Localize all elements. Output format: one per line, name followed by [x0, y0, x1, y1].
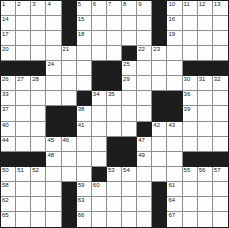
- cell-r6c9[interactable]: 29: [122, 76, 137, 91]
- cell-r13c7[interactable]: 60: [92, 182, 107, 197]
- cell-r14c7[interactable]: [92, 197, 107, 212]
- cell-r4c15[interactable]: [213, 46, 228, 61]
- cell-r3c10[interactable]: [137, 31, 152, 46]
- cell-r2c1[interactable]: 14: [1, 16, 16, 31]
- black-cell-r8c11: [152, 106, 167, 121]
- cell-r14c14[interactable]: [198, 197, 213, 212]
- black-cell-r11c14: [198, 152, 213, 167]
- cell-r4c10[interactable]: 22: [137, 46, 152, 61]
- cell-r14c6[interactable]: 63: [77, 197, 92, 212]
- cell-r3c2[interactable]: [16, 31, 31, 46]
- cell-r3c13[interactable]: [183, 31, 198, 46]
- cell-r6c4[interactable]: [46, 76, 61, 91]
- black-cell-r7c12: [167, 91, 182, 106]
- cell-r13c12[interactable]: 61: [167, 182, 182, 197]
- black-cell-r5c14: [198, 61, 213, 76]
- cell-r14c15[interactable]: [213, 197, 228, 212]
- clue-number-11: 11: [184, 1, 190, 8]
- cell-r6c3[interactable]: 28: [31, 76, 46, 91]
- clue-number-25: 25: [123, 61, 130, 68]
- cell-r1c8[interactable]: 7: [107, 1, 122, 16]
- cell-r15c13[interactable]: [183, 212, 198, 227]
- clue-number-62: 62: [2, 197, 9, 204]
- cell-r11c6[interactable]: [77, 152, 92, 167]
- black-cell-r8c12: [167, 106, 182, 121]
- clue-number-54: 54: [123, 167, 130, 174]
- black-cell-r2c5: [62, 16, 77, 31]
- clue-number-30: 30: [184, 76, 191, 83]
- cell-r15c3[interactable]: [31, 212, 46, 227]
- cell-r5c10[interactable]: [137, 61, 152, 76]
- cell-r4c7[interactable]: [92, 46, 107, 61]
- black-cell-r14c5: [62, 197, 77, 212]
- cell-r5c12[interactable]: [167, 61, 182, 76]
- black-cell-r5c8: [107, 61, 122, 76]
- clue-number-65: 65: [2, 212, 9, 219]
- black-cell-r4c9: [122, 46, 137, 61]
- cell-r10c14[interactable]: [198, 137, 213, 152]
- black-cell-r2c11: [152, 16, 167, 31]
- clue-number-33: 33: [2, 91, 9, 98]
- cell-r7c7[interactable]: 34: [92, 91, 107, 106]
- clue-number-48: 48: [47, 152, 54, 159]
- black-cell-r11c8: [107, 152, 122, 167]
- cell-r15c1[interactable]: 65: [1, 212, 16, 227]
- cell-r2c12[interactable]: 16: [167, 16, 182, 31]
- black-cell-r11c9: [122, 152, 137, 167]
- black-cell-r13c5: [62, 182, 77, 197]
- cell-r6c2[interactable]: 27: [16, 76, 31, 91]
- cell-r3c1[interactable]: 17: [1, 31, 16, 46]
- black-cell-r7c11: [152, 91, 167, 106]
- clue-number-60: 60: [93, 182, 100, 189]
- cell-r14c1[interactable]: 62: [1, 197, 16, 212]
- black-cell-r1c11: [152, 1, 167, 16]
- clue-number-36: 36: [184, 91, 191, 98]
- cell-r4c12[interactable]: [167, 46, 182, 61]
- cell-r4c2[interactable]: [16, 46, 31, 61]
- clue-number-52: 52: [32, 167, 39, 174]
- cell-r8c8[interactable]: [107, 106, 122, 121]
- cell-r13c8[interactable]: [107, 182, 122, 197]
- cell-r4c1[interactable]: 20: [1, 46, 16, 61]
- cell-r14c3[interactable]: [31, 197, 46, 212]
- cell-r5c4[interactable]: 24: [46, 61, 61, 76]
- cell-r1c15[interactable]: 13: [213, 1, 228, 16]
- clue-number-9: 9: [138, 1, 141, 8]
- cell-r14c8[interactable]: [107, 197, 122, 212]
- clue-number-66: 66: [78, 212, 85, 219]
- cell-r6c12[interactable]: [167, 76, 182, 91]
- cell-r12c9[interactable]: 54: [122, 167, 137, 182]
- clue-number-2: 2: [17, 1, 20, 8]
- black-cell-r5c15: [213, 61, 228, 76]
- cell-r3c6[interactable]: 18: [77, 31, 92, 46]
- black-cell-r9c10: [137, 122, 152, 137]
- cell-r13c2[interactable]: [16, 182, 31, 197]
- black-cell-r13c11: [152, 182, 167, 197]
- black-cell-r5c3: [31, 61, 46, 76]
- cell-r2c3[interactable]: [31, 16, 46, 31]
- cell-r14c10[interactable]: [137, 197, 152, 212]
- cell-r5c6[interactable]: [77, 61, 92, 76]
- cell-r8c10[interactable]: [137, 106, 152, 121]
- cell-r12c11[interactable]: [152, 167, 167, 182]
- cell-r7c5[interactable]: [62, 91, 77, 106]
- cell-r2c4[interactable]: [46, 16, 61, 31]
- clue-number-6: 6: [93, 1, 96, 8]
- black-cell-r8c5: [62, 106, 77, 121]
- clue-number-3: 3: [32, 1, 35, 8]
- clue-number-39: 39: [184, 106, 191, 113]
- black-cell-r7c6: [77, 91, 92, 106]
- cell-r5c9[interactable]: 25: [122, 61, 137, 76]
- cell-r10c3[interactable]: [31, 137, 46, 152]
- cell-r12c4[interactable]: [46, 167, 61, 182]
- clue-number-47: 47: [138, 137, 145, 144]
- clue-number-51: 51: [17, 167, 24, 174]
- clue-number-45: 45: [47, 137, 54, 144]
- clue-number-12: 12: [199, 1, 206, 8]
- cell-r12c10[interactable]: [137, 167, 152, 182]
- cell-r12c13[interactable]: 55: [183, 167, 198, 182]
- clue-number-20: 20: [2, 46, 9, 53]
- black-cell-r15c11: [152, 212, 167, 227]
- cell-r10c12[interactable]: [167, 137, 182, 152]
- clue-number-22: 22: [138, 46, 145, 53]
- cell-r2c10[interactable]: [137, 16, 152, 31]
- clue-number-32: 32: [214, 76, 221, 83]
- cell-r4c3[interactable]: [31, 46, 46, 61]
- cell-r6c6[interactable]: [77, 76, 92, 91]
- cell-r11c11[interactable]: [152, 152, 167, 167]
- cell-r12c3[interactable]: 52: [31, 167, 46, 182]
- cell-r3c9[interactable]: [122, 31, 137, 46]
- cell-r9c14[interactable]: [198, 122, 213, 137]
- clue-number-8: 8: [123, 1, 126, 8]
- cell-r4c4[interactable]: [46, 46, 61, 61]
- cell-r11c7[interactable]: [92, 152, 107, 167]
- clue-number-14: 14: [2, 16, 9, 23]
- black-cell-r3c11: [152, 31, 167, 46]
- black-cell-r10c8: [107, 137, 122, 152]
- cell-r4c8[interactable]: [107, 46, 122, 61]
- cell-r13c10[interactable]: [137, 182, 152, 197]
- cell-r9c8[interactable]: [107, 122, 122, 137]
- cell-r12c8[interactable]: 53: [107, 167, 122, 182]
- cell-r8c9[interactable]: [122, 106, 137, 121]
- clue-number-5: 5: [78, 1, 81, 8]
- clue-number-67: 67: [168, 212, 175, 219]
- cell-r14c2[interactable]: [16, 197, 31, 212]
- cell-r1c2[interactable]: 2: [16, 1, 31, 16]
- clue-number-42: 42: [153, 122, 160, 129]
- cell-r7c3[interactable]: [31, 91, 46, 106]
- clue-number-10: 10: [168, 1, 175, 8]
- cell-r10c13[interactable]: [183, 137, 198, 152]
- cell-r6c11[interactable]: [152, 76, 167, 91]
- clue-number-31: 31: [199, 76, 206, 83]
- cell-r5c5[interactable]: [62, 61, 77, 76]
- clue-number-29: 29: [123, 76, 130, 83]
- cell-r15c9[interactable]: [122, 212, 137, 227]
- cell-r3c7[interactable]: [92, 31, 107, 46]
- clue-number-18: 18: [78, 31, 85, 38]
- cell-r3c8[interactable]: [107, 31, 122, 46]
- cell-r13c3[interactable]: [31, 182, 46, 197]
- clue-number-57: 57: [214, 167, 221, 174]
- clue-number-24: 24: [47, 61, 54, 68]
- clue-number-23: 23: [153, 46, 160, 53]
- black-cell-r8c4: [46, 106, 61, 121]
- clue-number-19: 19: [168, 31, 175, 38]
- cell-r6c13[interactable]: 30: [183, 76, 198, 91]
- cell-r15c2[interactable]: [16, 212, 31, 227]
- cell-r8c6[interactable]: 38: [77, 106, 92, 121]
- cell-r6c5[interactable]: [62, 76, 77, 91]
- cell-r12c12[interactable]: [167, 167, 182, 182]
- cell-r15c7[interactable]: [92, 212, 107, 227]
- cell-r3c4[interactable]: [46, 31, 61, 46]
- cell-r10c10[interactable]: 47: [137, 137, 152, 152]
- cell-r15c8[interactable]: [107, 212, 122, 227]
- black-cell-r6c7: [92, 76, 107, 91]
- clue-number-63: 63: [78, 197, 85, 204]
- cell-r8c15[interactable]: [213, 106, 228, 121]
- cell-r2c14[interactable]: [198, 16, 213, 31]
- cell-r14c13[interactable]: [183, 197, 198, 212]
- black-cell-r11c1: [1, 152, 16, 167]
- cell-r15c15[interactable]: [213, 212, 228, 227]
- cell-r2c6[interactable]: 15: [77, 16, 92, 31]
- cell-r5c11[interactable]: [152, 61, 167, 76]
- cell-r13c15[interactable]: [213, 182, 228, 197]
- cell-r8c2[interactable]: [16, 106, 31, 121]
- cell-r7c15[interactable]: [213, 91, 228, 106]
- cell-r13c9[interactable]: [122, 182, 137, 197]
- clue-number-41: 41: [78, 122, 85, 129]
- cell-r9c2[interactable]: [16, 122, 31, 137]
- cell-r9c12[interactable]: 43: [167, 122, 182, 137]
- cell-r14c12[interactable]: 64: [167, 197, 182, 212]
- black-cell-r9c5: [62, 122, 77, 137]
- clue-number-59: 59: [78, 182, 85, 189]
- cell-r1c12[interactable]: 10: [167, 1, 182, 16]
- cell-r10c2[interactable]: [16, 137, 31, 152]
- cell-r11c12[interactable]: [167, 152, 182, 167]
- clue-number-28: 28: [32, 76, 39, 83]
- cell-r7c2[interactable]: [16, 91, 31, 106]
- cell-r7c10[interactable]: [137, 91, 152, 106]
- cell-r10c6[interactable]: [77, 137, 92, 152]
- cell-r13c14[interactable]: [198, 182, 213, 197]
- cell-r7c8[interactable]: 35: [107, 91, 122, 106]
- cell-r9c13[interactable]: [183, 122, 198, 137]
- black-cell-r12c7: [92, 167, 107, 182]
- cell-r9c11[interactable]: 42: [152, 122, 167, 137]
- clue-number-15: 15: [78, 16, 85, 23]
- cell-r1c7[interactable]: 6: [92, 1, 107, 16]
- cell-r12c1[interactable]: 50: [1, 167, 16, 182]
- cell-r8c14[interactable]: [198, 106, 213, 121]
- clue-number-43: 43: [168, 122, 175, 129]
- cell-r15c6[interactable]: 66: [77, 212, 92, 227]
- black-cell-r14c11: [152, 197, 167, 212]
- cell-r3c15[interactable]: [213, 31, 228, 46]
- clue-number-64: 64: [168, 197, 175, 204]
- cell-r4c11[interactable]: 23: [152, 46, 167, 61]
- cell-r13c13[interactable]: [183, 182, 198, 197]
- clue-number-49: 49: [138, 152, 145, 159]
- clue-number-44: 44: [2, 137, 9, 144]
- cell-r2c9[interactable]: [122, 16, 137, 31]
- clue-number-37: 37: [2, 106, 9, 113]
- cell-r15c4[interactable]: [46, 212, 61, 227]
- cell-r9c3[interactable]: [31, 122, 46, 137]
- clue-number-50: 50: [2, 167, 9, 174]
- cell-r12c15[interactable]: 57: [213, 167, 228, 182]
- cell-r9c9[interactable]: [122, 122, 137, 137]
- black-cell-r11c15: [213, 152, 228, 167]
- cell-r10c7[interactable]: [92, 137, 107, 152]
- clue-number-58: 58: [2, 182, 9, 189]
- cell-r11c10[interactable]: 49: [137, 152, 152, 167]
- cell-r6c14[interactable]: 31: [198, 76, 213, 91]
- cell-r11c4[interactable]: 48: [46, 152, 61, 167]
- clue-number-21: 21: [63, 46, 70, 53]
- cell-r9c1[interactable]: 40: [1, 122, 16, 137]
- clue-number-7: 7: [108, 1, 111, 8]
- cell-r2c8[interactable]: [107, 16, 122, 31]
- black-cell-r1c5: [62, 1, 77, 16]
- cell-r1c1[interactable]: 1: [1, 1, 16, 16]
- cell-r3c14[interactable]: [198, 31, 213, 46]
- cell-r8c7[interactable]: [92, 106, 107, 121]
- cell-r3c3[interactable]: [31, 31, 46, 46]
- cell-r8c13[interactable]: 39: [183, 106, 198, 121]
- clue-number-34: 34: [93, 91, 100, 98]
- cell-r1c14[interactable]: 12: [198, 1, 213, 16]
- clue-number-61: 61: [168, 182, 175, 189]
- cell-r13c6[interactable]: 59: [77, 182, 92, 197]
- cell-r7c4[interactable]: [46, 91, 61, 106]
- cell-r15c14[interactable]: [198, 212, 213, 227]
- cell-r4c14[interactable]: [198, 46, 213, 61]
- clue-number-26: 26: [2, 76, 9, 83]
- clue-number-40: 40: [2, 122, 9, 129]
- cell-r12c2[interactable]: 51: [16, 167, 31, 182]
- cell-r1c6[interactable]: 5: [77, 1, 92, 16]
- black-cell-r5c1: [1, 61, 16, 76]
- cell-r7c1[interactable]: 33: [1, 91, 16, 106]
- cell-r6c1[interactable]: 26: [1, 76, 16, 91]
- clue-number-13: 13: [214, 1, 221, 8]
- black-cell-r15c5: [62, 212, 77, 227]
- cell-r2c7[interactable]: [92, 16, 107, 31]
- cell-r9c7[interactable]: [92, 122, 107, 137]
- clue-number-53: 53: [108, 167, 115, 174]
- clue-number-55: 55: [184, 167, 191, 174]
- cell-r7c9[interactable]: [122, 91, 137, 106]
- crossword-grid: 1234567891011121314151617181920212223242…: [0, 0, 229, 228]
- cell-r2c15[interactable]: [213, 16, 228, 31]
- cell-r13c4[interactable]: [46, 182, 61, 197]
- cell-r1c10[interactable]: 9: [137, 1, 152, 16]
- cell-r12c6[interactable]: [77, 167, 92, 182]
- cell-r10c4[interactable]: 45: [46, 137, 61, 152]
- cell-r10c15[interactable]: [213, 137, 228, 152]
- black-cell-r3c5: [62, 31, 77, 46]
- clue-number-46: 46: [63, 137, 70, 144]
- cell-r15c12[interactable]: 67: [167, 212, 182, 227]
- cell-r4c6[interactable]: [77, 46, 92, 61]
- black-cell-r11c13: [183, 152, 198, 167]
- cell-r13c1[interactable]: 58: [1, 182, 16, 197]
- clue-number-1: 1: [2, 1, 5, 8]
- cell-r1c4[interactable]: 4: [46, 1, 61, 16]
- cell-r8c1[interactable]: 37: [1, 106, 16, 121]
- cell-r12c14[interactable]: 56: [198, 167, 213, 182]
- black-cell-r11c3: [31, 152, 46, 167]
- cell-r7c14[interactable]: [198, 91, 213, 106]
- cell-r3c12[interactable]: 19: [167, 31, 182, 46]
- clue-number-16: 16: [168, 16, 175, 23]
- cell-r10c5[interactable]: 46: [62, 137, 77, 152]
- cell-r2c13[interactable]: [183, 16, 198, 31]
- clue-number-4: 4: [47, 1, 50, 8]
- cell-r14c9[interactable]: [122, 197, 137, 212]
- clue-number-27: 27: [17, 76, 24, 83]
- cell-r8c3[interactable]: [31, 106, 46, 121]
- cell-r6c15[interactable]: 32: [213, 76, 228, 91]
- cell-r9c15[interactable]: [213, 122, 228, 137]
- black-cell-r5c13: [183, 61, 198, 76]
- cell-r2c2[interactable]: [16, 16, 31, 31]
- cell-r4c13[interactable]: [183, 46, 198, 61]
- cell-r4c5[interactable]: 21: [62, 46, 77, 61]
- black-cell-r10c9: [122, 137, 137, 152]
- cell-r1c3[interactable]: 3: [31, 1, 46, 16]
- clue-number-56: 56: [199, 167, 206, 174]
- cell-r10c1[interactable]: 44: [1, 137, 16, 152]
- cell-r15c10[interactable]: [137, 212, 152, 227]
- cell-r14c4[interactable]: [46, 197, 61, 212]
- clue-number-38: 38: [78, 106, 85, 113]
- cell-r10c11[interactable]: [152, 137, 167, 152]
- cell-r7c13[interactable]: 36: [183, 91, 198, 106]
- cell-r9c6[interactable]: 41: [77, 122, 92, 137]
- black-cell-r5c2: [16, 61, 31, 76]
- cell-r1c13[interactable]: 11: [183, 1, 198, 16]
- cell-r11c5[interactable]: [62, 152, 77, 167]
- cell-r12c5[interactable]: [62, 167, 77, 182]
- black-cell-r11c2: [16, 152, 31, 167]
- cell-r6c10[interactable]: [137, 76, 152, 91]
- black-cell-r5c7: [92, 61, 107, 76]
- black-cell-r6c8: [107, 76, 122, 91]
- black-cell-r9c4: [46, 122, 61, 137]
- cell-r1c9[interactable]: 8: [122, 1, 137, 16]
- clue-number-17: 17: [2, 31, 9, 38]
- clue-number-35: 35: [108, 91, 115, 98]
